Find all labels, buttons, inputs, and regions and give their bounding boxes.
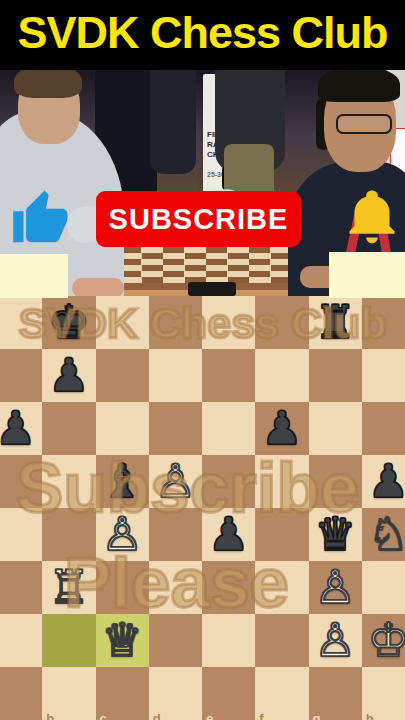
square-f8[interactable] bbox=[255, 296, 308, 349]
square-d1[interactable]: d bbox=[149, 667, 202, 720]
square-b8[interactable]: ♚ bbox=[42, 296, 95, 349]
file-label-f: f bbox=[259, 711, 263, 720]
channel-title: SVDK Chess Club bbox=[0, 8, 405, 58]
like-thumb-icon[interactable] bbox=[8, 188, 70, 250]
square-f5[interactable] bbox=[255, 455, 308, 508]
square-e5[interactable] bbox=[202, 455, 255, 508]
piece-white-pawn[interactable]: ♙ bbox=[149, 455, 202, 508]
player-left-hand bbox=[72, 278, 124, 296]
player-right-hair bbox=[318, 70, 400, 102]
square-c2[interactable]: ♕ bbox=[96, 614, 149, 667]
square-b3[interactable]: ♖ bbox=[42, 561, 95, 614]
square-a4[interactable] bbox=[0, 508, 42, 561]
square-a1[interactable]: a bbox=[0, 667, 42, 720]
square-c5[interactable]: ♝ bbox=[96, 455, 149, 508]
square-e8[interactable] bbox=[202, 296, 255, 349]
notification-bell-icon[interactable] bbox=[342, 186, 402, 248]
file-label-b: b bbox=[46, 711, 54, 720]
square-e1[interactable]: e bbox=[202, 667, 255, 720]
piece-white-knight[interactable]: ♘ bbox=[362, 508, 405, 561]
piece-black-pawn[interactable]: ♟ bbox=[255, 402, 308, 455]
piece-white-pawn[interactable]: ♙ bbox=[309, 561, 362, 614]
square-f1[interactable]: f bbox=[255, 667, 308, 720]
file-label-g: g bbox=[313, 711, 321, 720]
square-b4[interactable] bbox=[42, 508, 95, 561]
file-label-h: h bbox=[366, 711, 374, 720]
square-b1[interactable]: b bbox=[42, 667, 95, 720]
square-g6[interactable] bbox=[309, 402, 362, 455]
square-e2[interactable] bbox=[202, 614, 255, 667]
piece-black-rook[interactable]: ♜ bbox=[309, 296, 362, 349]
square-a5[interactable] bbox=[0, 455, 42, 508]
square-a3[interactable] bbox=[0, 561, 42, 614]
square-b5[interactable] bbox=[42, 455, 95, 508]
square-c6[interactable] bbox=[96, 402, 149, 455]
square-b2[interactable] bbox=[42, 614, 95, 667]
square-e6[interactable] bbox=[202, 402, 255, 455]
square-g8[interactable]: ♜ bbox=[309, 296, 362, 349]
piece-black-pawn[interactable]: ♟ bbox=[362, 455, 405, 508]
piece-black-bishop[interactable]: ♝ bbox=[96, 455, 149, 508]
square-d3[interactable] bbox=[149, 561, 202, 614]
piece-white-pawn[interactable]: ♙ bbox=[309, 614, 362, 667]
square-c1[interactable]: c bbox=[96, 667, 149, 720]
square-b7[interactable]: ♟ bbox=[42, 349, 95, 402]
video-frame: SVDK Chess Club FIDE RAPID CHAMP 25-30 bbox=[0, 0, 405, 720]
square-c8[interactable] bbox=[96, 296, 149, 349]
file-label-d: d bbox=[153, 711, 161, 720]
square-f3[interactable] bbox=[255, 561, 308, 614]
square-h6[interactable] bbox=[362, 402, 405, 455]
square-f4[interactable] bbox=[255, 508, 308, 561]
piece-black-queen[interactable]: ♛ bbox=[309, 508, 362, 561]
file-label-c: c bbox=[100, 711, 107, 720]
square-h1[interactable]: h bbox=[362, 667, 405, 720]
square-h8[interactable] bbox=[362, 296, 405, 349]
square-c7[interactable] bbox=[96, 349, 149, 402]
square-a6[interactable]: ♟ bbox=[0, 402, 42, 455]
file-label-e: e bbox=[206, 711, 213, 720]
square-d6[interactable] bbox=[149, 402, 202, 455]
corner-card bbox=[0, 254, 68, 298]
square-g5[interactable] bbox=[309, 455, 362, 508]
piece-white-pawn[interactable]: ♙ bbox=[96, 508, 149, 561]
square-e4[interactable]: ♟ bbox=[202, 508, 255, 561]
square-d4[interactable] bbox=[149, 508, 202, 561]
chess-clock bbox=[188, 282, 236, 296]
square-g4[interactable]: ♛ bbox=[309, 508, 362, 561]
corner-card bbox=[329, 252, 405, 298]
square-h5[interactable]: ♟ bbox=[362, 455, 405, 508]
square-h7[interactable] bbox=[362, 349, 405, 402]
square-a8[interactable] bbox=[0, 296, 42, 349]
player-left-hair bbox=[14, 70, 82, 98]
square-e3[interactable] bbox=[202, 561, 255, 614]
square-c4[interactable]: ♙ bbox=[96, 508, 149, 561]
spectator-figure bbox=[150, 70, 196, 174]
square-h3[interactable] bbox=[362, 561, 405, 614]
square-d7[interactable] bbox=[149, 349, 202, 402]
board-grid: ♚♜♟♟♟♝♙♟♙♟♛♘♖♙♕♙♔abcdefgh bbox=[0, 296, 405, 720]
glasses-icon bbox=[336, 114, 392, 134]
title-bar: SVDK Chess Club bbox=[0, 0, 405, 70]
piece-black-pawn[interactable]: ♟ bbox=[0, 402, 42, 455]
square-f7[interactable] bbox=[255, 349, 308, 402]
piece-white-king[interactable]: ♔ bbox=[362, 614, 405, 667]
square-h4[interactable]: ♘ bbox=[362, 508, 405, 561]
square-h2[interactable]: ♔ bbox=[362, 614, 405, 667]
square-d2[interactable] bbox=[149, 614, 202, 667]
piece-black-king[interactable]: ♚ bbox=[42, 296, 95, 349]
square-f2[interactable] bbox=[255, 614, 308, 667]
subscribe-button[interactable]: SUBSCRIBE bbox=[96, 191, 301, 247]
piece-white-rook[interactable]: ♖ bbox=[42, 561, 95, 614]
square-f6[interactable]: ♟ bbox=[255, 402, 308, 455]
square-a7[interactable] bbox=[0, 349, 42, 402]
square-g1[interactable]: g bbox=[309, 667, 362, 720]
piece-black-pawn[interactable]: ♟ bbox=[202, 508, 255, 561]
square-g7[interactable] bbox=[309, 349, 362, 402]
square-d5[interactable]: ♙ bbox=[149, 455, 202, 508]
square-g2[interactable]: ♙ bbox=[309, 614, 362, 667]
square-e7[interactable] bbox=[202, 349, 255, 402]
square-c3[interactable] bbox=[96, 561, 149, 614]
piece-white-queen[interactable]: ♕ bbox=[96, 614, 149, 667]
chess-board: ♚♜♟♟♟♝♙♟♙♟♛♘♖♙♕♙♔abcdefgh bbox=[0, 296, 405, 720]
square-a2[interactable] bbox=[0, 614, 42, 667]
piece-black-pawn[interactable]: ♟ bbox=[42, 349, 95, 402]
square-g3[interactable]: ♙ bbox=[309, 561, 362, 614]
square-b6[interactable] bbox=[42, 402, 95, 455]
square-d8[interactable] bbox=[149, 296, 202, 349]
